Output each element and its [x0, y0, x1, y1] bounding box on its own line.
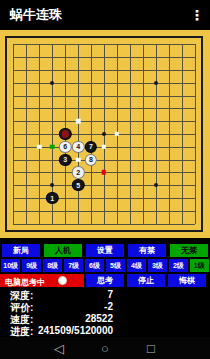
board-cell[interactable]	[7, 115, 20, 128]
black-stone-move-5: 5	[72, 179, 84, 191]
board-cell[interactable]	[162, 51, 175, 64]
board-cell[interactable]	[72, 128, 85, 141]
overflow-menu-icon[interactable]: ⋮	[190, 6, 204, 24]
board-cell[interactable]	[110, 153, 123, 166]
recents-icon[interactable]: □	[145, 342, 158, 355]
board-cell[interactable]	[136, 153, 149, 166]
board-cell[interactable]	[98, 115, 111, 128]
star-point	[102, 132, 106, 136]
white-hint-marker	[115, 132, 120, 137]
board-cell[interactable]	[46, 128, 59, 141]
black-stone-move-9	[59, 128, 71, 140]
home-icon[interactable]: ○	[99, 342, 112, 355]
board-cell[interactable]	[98, 89, 111, 102]
board-cell[interactable]	[149, 89, 162, 102]
board-cell[interactable]	[33, 140, 46, 153]
board-cell[interactable]	[188, 166, 201, 179]
board-cell[interactable]	[72, 89, 85, 102]
board-cell[interactable]	[46, 115, 59, 128]
board-cell[interactable]	[149, 217, 162, 230]
board-cell[interactable]	[188, 140, 201, 153]
board-cell[interactable]	[123, 128, 136, 141]
board-cell[interactable]	[188, 217, 201, 230]
back-icon[interactable]: ◁	[53, 342, 66, 355]
board-cell[interactable]	[33, 217, 46, 230]
board-cell[interactable]	[20, 38, 33, 51]
board-cell[interactable]	[123, 153, 136, 166]
board-cell[interactable]	[85, 51, 98, 64]
board-cell[interactable]	[59, 38, 72, 51]
board-cell[interactable]	[72, 192, 85, 205]
white-stone-move-6: 6	[59, 141, 71, 153]
board-cell[interactable]	[33, 115, 46, 128]
board-cell[interactable]	[188, 89, 201, 102]
board-cell[interactable]	[59, 166, 72, 179]
board-cell[interactable]	[123, 192, 136, 205]
board-cell[interactable]: 4	[72, 140, 85, 153]
board-cell[interactable]	[7, 64, 20, 77]
app-title: 蜗牛连珠	[10, 6, 62, 24]
board-cell[interactable]	[123, 140, 136, 153]
board-cell[interactable]	[46, 217, 59, 230]
board-cell[interactable]	[175, 192, 188, 205]
board-cell[interactable]	[7, 140, 20, 153]
board-cell[interactable]: 1	[46, 192, 59, 205]
board-cell[interactable]	[123, 89, 136, 102]
board-cell[interactable]	[7, 153, 20, 166]
white-stone-move-2: 2	[72, 166, 84, 178]
board-cell[interactable]	[123, 76, 136, 89]
board-cell[interactable]	[46, 166, 59, 179]
board-cell[interactable]	[46, 38, 59, 51]
board-cell[interactable]	[59, 128, 72, 141]
board-cell[interactable]	[98, 179, 111, 192]
with-forbidden-button[interactable]: 有禁	[128, 244, 166, 257]
board-cell[interactable]	[136, 64, 149, 77]
board-cell[interactable]	[136, 102, 149, 115]
board-cell[interactable]	[175, 64, 188, 77]
progress-row: 进度: 241509/5120000	[0, 325, 210, 337]
evaluation-row: 评价: -2	[0, 301, 210, 313]
board-cell[interactable]	[175, 38, 188, 51]
speed-row: 速度: 28522	[0, 313, 210, 325]
board-cell[interactable]	[20, 192, 33, 205]
board-cell[interactable]	[85, 204, 98, 217]
board-cell[interactable]	[72, 38, 85, 51]
board-cell[interactable]	[188, 179, 201, 192]
board-cell[interactable]	[175, 102, 188, 115]
board-cell[interactable]	[149, 51, 162, 64]
board-cell[interactable]	[98, 76, 111, 89]
board-cell[interactable]	[59, 204, 72, 217]
board-cell[interactable]	[162, 64, 175, 77]
board-cell[interactable]	[46, 102, 59, 115]
board-cell[interactable]	[7, 128, 20, 141]
board-cell[interactable]	[123, 102, 136, 115]
board-cell[interactable]	[46, 64, 59, 77]
board-cell[interactable]	[20, 153, 33, 166]
board-cell[interactable]	[149, 76, 162, 89]
board-cell[interactable]	[136, 179, 149, 192]
board-cell[interactable]	[7, 102, 20, 115]
board-cell[interactable]	[149, 64, 162, 77]
board-cell[interactable]	[136, 115, 149, 128]
board-cell[interactable]	[110, 192, 123, 205]
board-cell[interactable]	[33, 102, 46, 115]
level-3-button[interactable]: 3级	[148, 259, 167, 272]
board-cell[interactable]	[98, 153, 111, 166]
board-cell[interactable]	[162, 140, 175, 153]
board-cell[interactable]	[33, 166, 46, 179]
star-point	[154, 183, 158, 187]
board-cell[interactable]	[175, 166, 188, 179]
board-cell[interactable]	[162, 179, 175, 192]
board-cell[interactable]	[188, 102, 201, 115]
board-cell[interactable]	[33, 38, 46, 51]
board-cell[interactable]: 2	[72, 166, 85, 179]
black-stone-move-1: 1	[46, 192, 58, 204]
evaluation-value: -2	[104, 301, 113, 312]
board-cell[interactable]	[188, 153, 201, 166]
last-move-marker	[61, 130, 69, 138]
undo-button[interactable]: 悔棋	[168, 274, 206, 287]
board-cell[interactable]	[59, 76, 72, 89]
board-cell[interactable]	[85, 102, 98, 115]
white-hint-marker	[76, 157, 81, 162]
board-cell[interactable]	[33, 51, 46, 64]
board-cell[interactable]	[20, 179, 33, 192]
board-cell[interactable]	[188, 192, 201, 205]
board-cell[interactable]	[72, 217, 85, 230]
board-cell[interactable]	[72, 153, 85, 166]
board-cell[interactable]	[59, 179, 72, 192]
board-cell[interactable]	[110, 166, 123, 179]
board-cell[interactable]	[175, 140, 188, 153]
board-cell[interactable]	[149, 102, 162, 115]
board-cell[interactable]	[46, 140, 59, 153]
thinking-banner: 电脑思考中	[0, 274, 84, 287]
board-cell[interactable]	[175, 115, 188, 128]
board-cell[interactable]	[123, 204, 136, 217]
board-cell[interactable]	[123, 115, 136, 128]
star-point	[154, 81, 158, 85]
board-cell[interactable]	[149, 140, 162, 153]
board-cell[interactable]	[72, 115, 85, 128]
board-cell[interactable]	[85, 192, 98, 205]
board-cell[interactable]	[162, 217, 175, 230]
board-cell[interactable]	[7, 76, 20, 89]
white-hint-marker	[76, 119, 81, 124]
app-screen: 蜗牛连珠 ⋮ 64738251 新局 人机 设置 有禁 无禁 10级 9级 8级…	[0, 0, 210, 359]
board-cell[interactable]	[136, 204, 149, 217]
board-cell[interactable]	[149, 153, 162, 166]
board-cell[interactable]	[136, 128, 149, 141]
title-bar: 蜗牛连珠 ⋮	[0, 0, 210, 30]
board-cell[interactable]	[110, 140, 123, 153]
board-cell[interactable]: 7	[85, 140, 98, 153]
level-9-button[interactable]: 9级	[22, 259, 41, 272]
board-cell[interactable]	[136, 76, 149, 89]
board-cell[interactable]	[136, 140, 149, 153]
board-cell[interactable]	[136, 38, 149, 51]
green-hint-marker	[50, 145, 55, 150]
board-cell[interactable]	[162, 76, 175, 89]
board-cell[interactable]	[59, 89, 72, 102]
progress-value: 241509/5120000	[38, 325, 113, 336]
board-cell[interactable]	[85, 115, 98, 128]
board-cell[interactable]	[123, 51, 136, 64]
level-4-button[interactable]: 4级	[127, 259, 146, 272]
no-forbidden-button[interactable]: 无禁	[170, 244, 208, 257]
board-cell[interactable]	[59, 64, 72, 77]
board-cell[interactable]	[46, 153, 59, 166]
board-cell[interactable]	[149, 192, 162, 205]
board-cell[interactable]	[7, 192, 20, 205]
board-cell[interactable]	[110, 102, 123, 115]
board-cell[interactable]	[98, 64, 111, 77]
board-cell[interactable]	[72, 64, 85, 77]
board-cell[interactable]	[175, 217, 188, 230]
board-cell[interactable]	[123, 166, 136, 179]
board-cell[interactable]	[149, 128, 162, 141]
star-point	[50, 183, 54, 187]
board-cell[interactable]	[110, 38, 123, 51]
board-cell[interactable]	[110, 64, 123, 77]
board-cell[interactable]	[110, 51, 123, 64]
board-cell[interactable]	[46, 76, 59, 89]
board-cell[interactable]	[85, 128, 98, 141]
board-cell[interactable]	[136, 217, 149, 230]
board-frame: 64738251	[5, 36, 203, 232]
board-cell[interactable]	[98, 102, 111, 115]
board-cell[interactable]	[20, 166, 33, 179]
black-stone-move-3: 3	[59, 154, 71, 166]
board-cell[interactable]	[72, 51, 85, 64]
board-cell[interactable]	[59, 115, 72, 128]
board-cell[interactable]	[123, 179, 136, 192]
level-10-button[interactable]: 10级	[1, 259, 20, 272]
board-cell[interactable]	[7, 179, 20, 192]
board-cell[interactable]	[188, 115, 201, 128]
board-cell[interactable]	[149, 115, 162, 128]
board-cell[interactable]	[110, 179, 123, 192]
white-hint-marker	[37, 145, 42, 150]
board-cell[interactable]	[110, 76, 123, 89]
board-cell[interactable]: 8	[85, 153, 98, 166]
white-stone-turn-indicator-icon	[58, 276, 67, 285]
board-cell[interactable]	[175, 51, 188, 64]
board-cell[interactable]	[175, 89, 188, 102]
white-stone-move-8: 8	[85, 154, 97, 166]
board-cell[interactable]	[85, 166, 98, 179]
board-cell[interactable]	[162, 204, 175, 217]
board-cell[interactable]	[136, 89, 149, 102]
board-cell[interactable]	[162, 38, 175, 51]
depth-row: 深度: 7	[0, 289, 210, 301]
board-cell[interactable]: 5	[72, 179, 85, 192]
board-cell[interactable]	[136, 192, 149, 205]
board-cell[interactable]	[20, 115, 33, 128]
board-cell[interactable]	[85, 38, 98, 51]
board-cell[interactable]	[33, 89, 46, 102]
board-cell[interactable]	[188, 204, 201, 217]
board-cell[interactable]	[188, 38, 201, 51]
level-7-button[interactable]: 7级	[64, 259, 83, 272]
level-row: 10级 9级 8级 7级 6级 5级 4级 3级 2级 1级	[0, 259, 210, 272]
board-cell[interactable]: 3	[59, 153, 72, 166]
board-cell[interactable]	[59, 217, 72, 230]
board-cell[interactable]	[20, 102, 33, 115]
board-cell[interactable]	[72, 102, 85, 115]
board-cell[interactable]	[7, 166, 20, 179]
board-cell[interactable]	[162, 166, 175, 179]
board-cell[interactable]	[7, 89, 20, 102]
board-cell[interactable]	[123, 217, 136, 230]
board-cell[interactable]	[188, 76, 201, 89]
board-cell[interactable]	[98, 38, 111, 51]
board-cell[interactable]	[110, 217, 123, 230]
board-cell[interactable]	[188, 128, 201, 141]
new-game-button[interactable]: 新局	[2, 244, 40, 257]
human-vs-ai-button[interactable]: 人机	[44, 244, 82, 257]
board-cell[interactable]	[110, 89, 123, 102]
board-cell[interactable]	[162, 115, 175, 128]
board-cell[interactable]	[175, 179, 188, 192]
level-5-button[interactable]: 5级	[106, 259, 125, 272]
board-cell[interactable]	[33, 153, 46, 166]
think-button[interactable]: 思考	[86, 274, 124, 287]
board-cell[interactable]	[33, 204, 46, 217]
board-cell[interactable]	[162, 128, 175, 141]
board-cell[interactable]	[162, 153, 175, 166]
board-cell[interactable]	[46, 51, 59, 64]
board-cell[interactable]	[59, 102, 72, 115]
white-stone-move-4: 4	[72, 141, 84, 153]
board-cell[interactable]	[33, 192, 46, 205]
board-cell[interactable]	[98, 217, 111, 230]
board-cell[interactable]	[20, 140, 33, 153]
board-cell[interactable]	[175, 153, 188, 166]
board-cell[interactable]	[110, 204, 123, 217]
board-cell[interactable]	[162, 192, 175, 205]
star-point	[50, 81, 54, 85]
speed-value: 28522	[85, 313, 113, 324]
board-cell[interactable]	[110, 115, 123, 128]
board-cell[interactable]	[46, 89, 59, 102]
board-cell[interactable]	[149, 204, 162, 217]
board-cell[interactable]	[20, 89, 33, 102]
board-cell[interactable]	[162, 102, 175, 115]
board-cell[interactable]	[98, 140, 111, 153]
board-cell[interactable]	[175, 128, 188, 141]
board-cell[interactable]	[98, 166, 111, 179]
stop-button[interactable]: 停止	[127, 274, 165, 287]
board-cell[interactable]	[98, 51, 111, 64]
board-cell[interactable]: 6	[59, 140, 72, 153]
board-cell[interactable]	[175, 76, 188, 89]
board-cell[interactable]	[59, 192, 72, 205]
board-cell[interactable]	[85, 179, 98, 192]
board-cell[interactable]	[33, 64, 46, 77]
board-cell[interactable]	[149, 38, 162, 51]
android-nav-bar: ◁ ○ □	[0, 337, 210, 359]
board-cell[interactable]	[162, 89, 175, 102]
board-cell[interactable]	[188, 51, 201, 64]
depth-value: 7	[107, 289, 113, 300]
board-cell[interactable]	[85, 76, 98, 89]
board-cell[interactable]	[123, 64, 136, 77]
level-2-button[interactable]: 2级	[169, 259, 188, 272]
board-cell[interactable]	[149, 166, 162, 179]
board-cell[interactable]	[98, 128, 111, 141]
board-cell[interactable]	[7, 217, 20, 230]
red-hint-marker	[102, 170, 107, 175]
board-cell[interactable]	[72, 76, 85, 89]
board-cell[interactable]	[175, 204, 188, 217]
board-cell[interactable]	[20, 64, 33, 77]
board-cell[interactable]	[7, 204, 20, 217]
board-grid[interactable]: 64738251	[7, 38, 201, 230]
board-cell[interactable]	[33, 179, 46, 192]
board-cell[interactable]	[7, 51, 20, 64]
board-cell[interactable]	[20, 204, 33, 217]
level-8-button[interactable]: 8级	[43, 259, 62, 272]
board-cell[interactable]	[123, 38, 136, 51]
board-cell[interactable]	[72, 204, 85, 217]
board-cell[interactable]	[20, 76, 33, 89]
board-area: 64738251	[0, 30, 210, 238]
board-cell[interactable]	[59, 51, 72, 64]
board-cell[interactable]	[33, 128, 46, 141]
board-cell[interactable]	[85, 64, 98, 77]
board-cell[interactable]	[85, 89, 98, 102]
white-hint-marker	[102, 145, 107, 150]
board-cell[interactable]	[20, 128, 33, 141]
board-cell[interactable]	[110, 128, 123, 141]
board-cell[interactable]	[85, 217, 98, 230]
board-cell[interactable]	[20, 217, 33, 230]
level-1-button[interactable]: 1级	[190, 259, 209, 272]
board-cell[interactable]	[33, 76, 46, 89]
board-cell[interactable]	[149, 179, 162, 192]
board-cell[interactable]	[7, 38, 20, 51]
board-cell[interactable]	[188, 64, 201, 77]
board-cell[interactable]	[136, 51, 149, 64]
board-cell[interactable]	[20, 51, 33, 64]
level-6-button[interactable]: 6级	[85, 259, 104, 272]
thinking-banner-text: 电脑思考中	[5, 277, 45, 288]
board-cell[interactable]	[136, 166, 149, 179]
board-cell[interactable]	[46, 179, 59, 192]
settings-button[interactable]: 设置	[86, 244, 124, 257]
board-cell[interactable]	[98, 192, 111, 205]
black-stone-move-7: 7	[85, 141, 97, 153]
board-cell[interactable]	[98, 204, 111, 217]
board-cell[interactable]	[46, 204, 59, 217]
